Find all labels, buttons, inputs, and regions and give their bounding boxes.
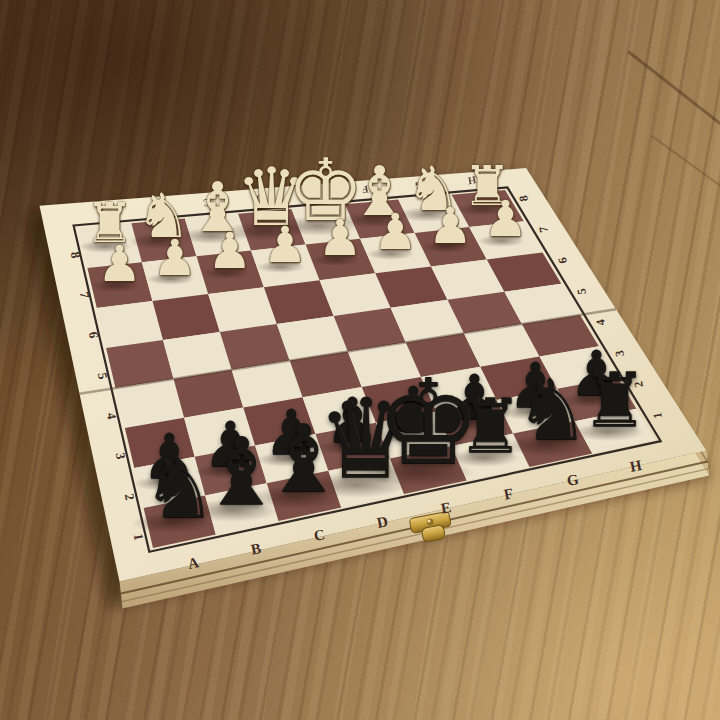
piece-shadow [504, 435, 586, 455]
piece-shadow [133, 476, 194, 491]
piece-shadow [340, 212, 407, 228]
piece-shadow [255, 452, 316, 467]
piece-shadow [78, 240, 132, 253]
piece-shadow [256, 261, 305, 273]
photo-scene: ABCDEFGHABCDEFGH1234567812345678 ♜♞♝♛♚♝♞… [0, 0, 720, 720]
piece-shadow [447, 449, 521, 467]
piece-shadow [316, 440, 377, 455]
piece-shadow [398, 207, 458, 222]
piece-shadow [146, 273, 195, 285]
piece-shadow [366, 248, 415, 260]
piece-shadow [456, 203, 510, 216]
piece-shadow [422, 241, 471, 253]
pieces-layer: ♜♞♝♛♚♝♞♜♟♟♟♟♟♟♟♟♟♟♟♟♟♟♟♟♞♝♝♛♚♜♞♜ [0, 0, 720, 720]
piece-shadow [377, 428, 438, 443]
piece-shadow [438, 417, 499, 432]
piece-shadow [560, 393, 621, 408]
piece-shadow [194, 464, 255, 479]
piece-shadow [311, 254, 360, 266]
piece-shadow [477, 235, 526, 247]
piece-shadow [201, 267, 250, 279]
piece-shadow [571, 423, 645, 441]
piece-shadow [91, 280, 140, 292]
piece-shadow [499, 405, 560, 420]
